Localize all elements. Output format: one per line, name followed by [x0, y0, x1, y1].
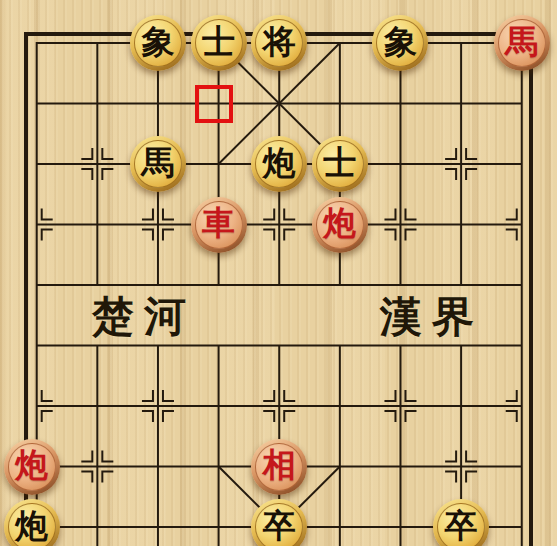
last-move-highlight — [195, 85, 233, 123]
piece-character: 炮 — [15, 449, 48, 482]
piece-face: 士 — [195, 19, 243, 67]
piece-red-cannon[interactable]: 炮 — [312, 197, 368, 253]
piece-black-elephant[interactable]: 象 — [372, 15, 428, 71]
piece-face: 象 — [376, 19, 424, 67]
piece-character: 象 — [141, 26, 174, 59]
piece-black-pawn[interactable]: 卒 — [251, 499, 307, 546]
piece-character: 象 — [384, 26, 417, 59]
piece-character: 車 — [202, 207, 235, 240]
piece-black-elephant[interactable]: 象 — [130, 15, 186, 71]
piece-black-general[interactable]: 将 — [251, 15, 307, 71]
piece-red-horse[interactable]: 馬 — [494, 15, 550, 71]
piece-black-pawn[interactable]: 卒 — [433, 499, 489, 546]
piece-black-advisor[interactable]: 士 — [312, 136, 368, 192]
piece-face: 馬 — [134, 140, 182, 188]
piece-character: 将 — [263, 26, 296, 59]
piece-character: 卒 — [263, 510, 296, 543]
piece-face: 馬 — [498, 19, 546, 67]
xiangqi-app: 楚河 漢界 象士将象馬馬炮士車炮炮相炮卒卒 — [0, 0, 557, 546]
piece-face: 炮 — [8, 503, 56, 546]
piece-character: 卒 — [445, 510, 478, 543]
piece-character: 炮 — [263, 147, 296, 180]
piece-character: 馬 — [505, 26, 538, 59]
piece-red-elephant[interactable]: 相 — [251, 439, 307, 495]
piece-character: 炮 — [323, 207, 356, 240]
piece-character: 馬 — [141, 147, 174, 180]
piece-black-advisor[interactable]: 士 — [191, 15, 247, 71]
piece-face: 炮 — [316, 201, 364, 249]
piece-face: 象 — [134, 19, 182, 67]
piece-red-chariot[interactable]: 車 — [191, 197, 247, 253]
piece-face: 車 — [195, 201, 243, 249]
piece-face: 卒 — [255, 503, 303, 546]
piece-face: 炮 — [8, 443, 56, 491]
piece-character: 相 — [263, 449, 296, 482]
piece-character: 士 — [323, 147, 356, 180]
piece-face: 士 — [316, 140, 364, 188]
piece-face: 相 — [255, 443, 303, 491]
piece-face: 炮 — [255, 140, 303, 188]
xiangqi-board[interactable]: 象士将象馬馬炮士車炮炮相炮卒卒 — [6, 13, 552, 546]
piece-face: 将 — [255, 19, 303, 67]
piece-face: 卒 — [437, 503, 485, 546]
piece-red-cannon[interactable]: 炮 — [4, 439, 60, 495]
piece-black-cannon[interactable]: 炮 — [4, 499, 60, 546]
piece-character: 炮 — [15, 510, 48, 543]
piece-black-cannon[interactable]: 炮 — [251, 136, 307, 192]
piece-character: 士 — [202, 26, 235, 59]
piece-black-horse[interactable]: 馬 — [130, 136, 186, 192]
